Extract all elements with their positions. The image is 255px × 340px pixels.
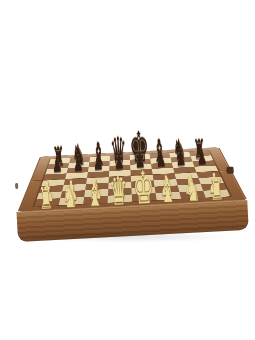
- pieces-layer: ♜♞♝♛♚♝♞♜♟♟♟♟♟♟♟♟♟♟♟♟♟♟♟♟♜♞♝♛♚♝♞♜: [0, 0, 255, 340]
- piece-black-pawn-h7: ♟: [190, 145, 213, 167]
- piece-white-rook-h1: ♜: [201, 174, 234, 205]
- drop-shadow: [26, 232, 234, 242]
- board-tilt-wrapper: ♜♞♝♛♚♝♞♜♟♟♟♟♟♟♟♟♟♟♟♟♟♟♟♟♜♞♝♛♚♝♞♜: [0, 0, 255, 340]
- piece-black-pawn-a7: ♟: [45, 153, 68, 175]
- product-photo: ♜♞♝♛♚♝♞♜♟♟♟♟♟♟♟♟♟♟♟♟♟♟♟♟♜♞♝♛♚♝♞♜: [0, 0, 255, 340]
